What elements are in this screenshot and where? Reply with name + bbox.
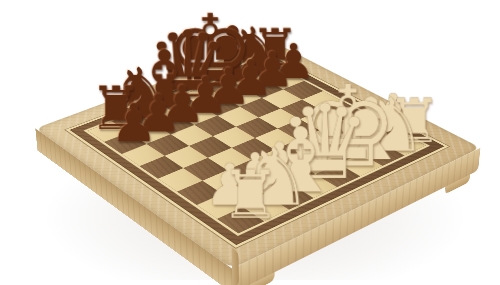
square-a1[interactable]: ♜ (217, 207, 264, 233)
product-photo-scene: ♜♞♝♛♚♝♞♜♟♟♟♟♟♟♟♟♟♟♟♟♟♟♟♟♜♞♝♛♚♝♞♜ (0, 0, 500, 285)
piece-white-rook[interactable]: ♜ (184, 163, 318, 227)
square-a7[interactable]: ♟ (104, 132, 146, 153)
board-foot (232, 247, 239, 285)
piece-black-pawn[interactable]: ♟ (73, 98, 195, 148)
